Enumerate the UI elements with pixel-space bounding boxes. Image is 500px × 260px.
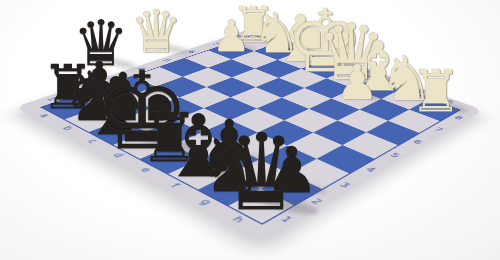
chess-set-photo: abcdefgh abcdefgh 87654321 87654321 ♜♞♝♚… [0,0,500,260]
chess-board: abcdefgh abcdefgh 87654321 87654321 [15,28,483,242]
board-grid [40,35,461,225]
piece-black-queen-extra: ♛ [73,13,129,76]
